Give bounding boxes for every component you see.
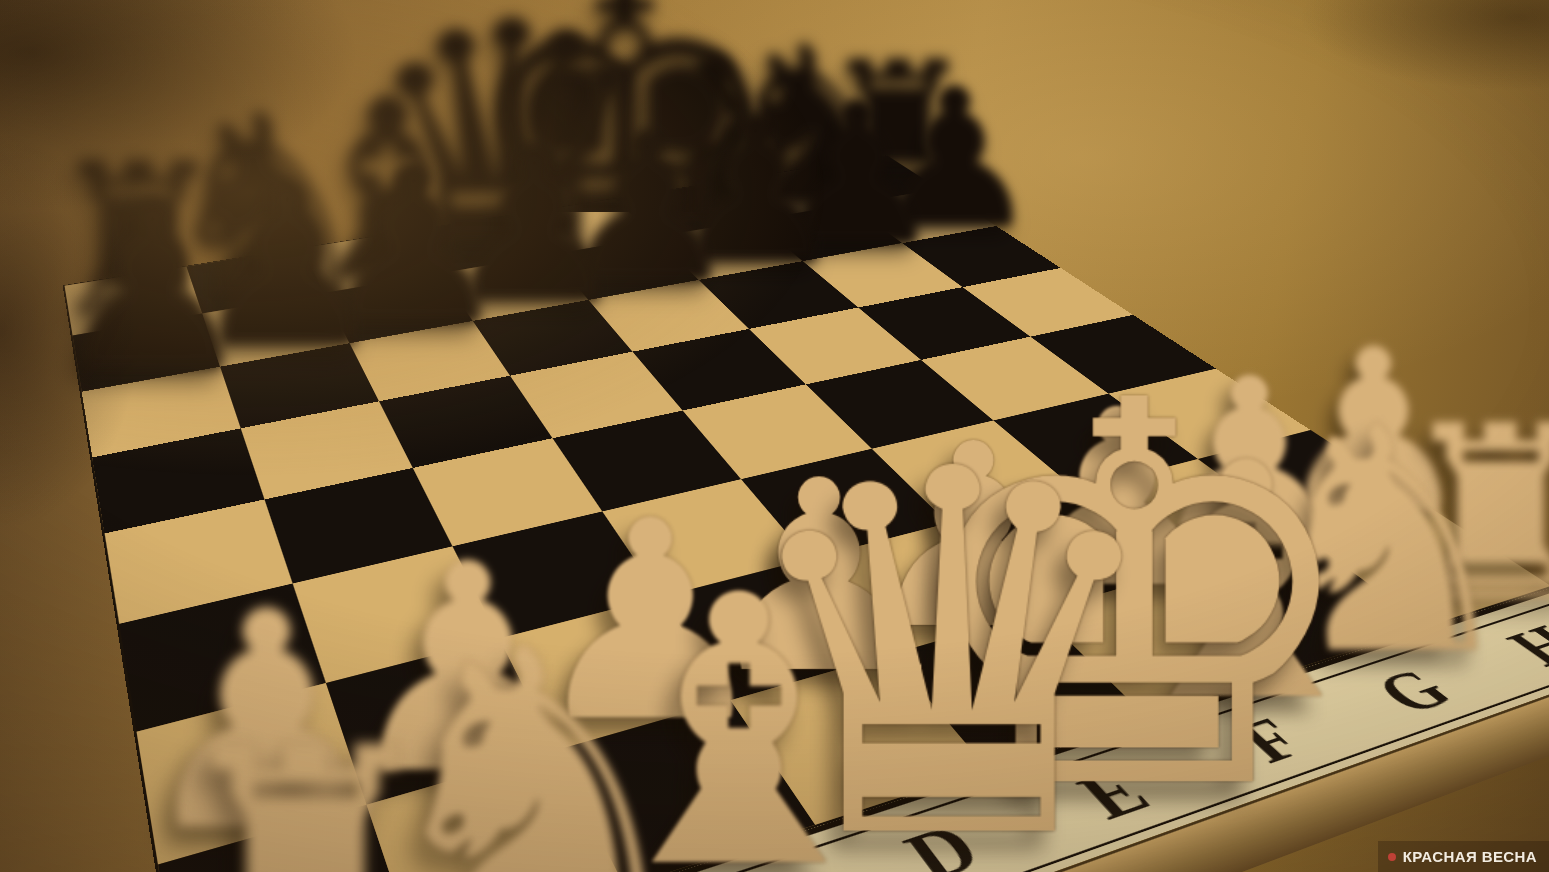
black-pawn-piece: ♟ [48, 173, 257, 406]
chess-photo-scene: ♜♞♝♛♚♝♞♜♟♟♟♟♟♟♟♟♟♟♟♟♟♟♟♟♜♞♝♛♚♝♞♜ ABCDEFG… [0, 0, 1549, 872]
board-grid: ♜♞♝♛♚♝♞♜♟♟♟♟♟♟♟♟♟♟♟♟♟♟♟♟♜♞♝♛♚♝♞♜ [63, 155, 1549, 872]
square-a7: ♟ [73, 313, 220, 391]
square-a1: ♜ [158, 804, 416, 872]
red-dot-icon [1388, 853, 1396, 861]
chess-board: ♜♞♝♛♚♝♞♜♟♟♟♟♟♟♟♟♟♟♟♟♟♟♟♟♜♞♝♛♚♝♞♜ ABCDEFG… [63, 155, 1549, 872]
watermark: КРАСНАЯ ВЕСНА [1378, 841, 1549, 872]
white-rook-piece: ♜ [158, 705, 453, 872]
square-a5 [92, 428, 264, 533]
watermark-text: КРАСНАЯ ВЕСНА [1403, 848, 1537, 865]
